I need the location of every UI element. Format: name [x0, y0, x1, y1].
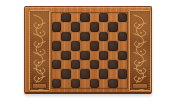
board-square[interactable]: [118, 51, 127, 60]
board-square[interactable]: [71, 79, 80, 88]
board-square[interactable]: [118, 79, 127, 88]
board-square[interactable]: [61, 13, 70, 22]
board-square[interactable]: [71, 32, 80, 41]
board-square[interactable]: [71, 22, 80, 31]
board-square[interactable]: [71, 41, 80, 50]
board-square[interactable]: [71, 60, 80, 69]
photo-background: [0, 0, 175, 105]
board-square[interactable]: [61, 41, 70, 50]
board-square[interactable]: [52, 79, 61, 88]
board-square[interactable]: [80, 79, 89, 88]
board-square[interactable]: [90, 41, 99, 50]
board-square[interactable]: [52, 13, 61, 22]
board-square[interactable]: [80, 69, 89, 78]
board-square[interactable]: [71, 51, 80, 60]
board-square[interactable]: [61, 51, 70, 60]
board-square[interactable]: [118, 69, 127, 78]
board-square[interactable]: [61, 32, 70, 41]
board-square[interactable]: [80, 13, 89, 22]
board-square[interactable]: [80, 22, 89, 31]
board-square[interactable]: [99, 32, 108, 41]
board-square[interactable]: [90, 79, 99, 88]
board-square[interactable]: [108, 79, 117, 88]
carved-side-panel-left: [29, 10, 50, 91]
board-square[interactable]: [99, 41, 108, 50]
board-square[interactable]: [61, 79, 70, 88]
board-square[interactable]: [80, 51, 89, 60]
board-square[interactable]: [90, 51, 99, 60]
board-square[interactable]: [71, 69, 80, 78]
scroll-carving-icon: [30, 11, 49, 90]
board-square[interactable]: [90, 32, 99, 41]
board-square[interactable]: [108, 51, 117, 60]
board-square[interactable]: [52, 41, 61, 50]
board-square[interactable]: [61, 60, 70, 69]
board-square[interactable]: [90, 22, 99, 31]
board-square[interactable]: [118, 41, 127, 50]
board-square[interactable]: [108, 69, 117, 78]
board-square[interactable]: [108, 22, 117, 31]
board-square[interactable]: [71, 13, 80, 22]
game-board: [24, 6, 152, 94]
board-square[interactable]: [61, 22, 70, 31]
board-square[interactable]: [108, 41, 117, 50]
board-square[interactable]: [52, 51, 61, 60]
board-square[interactable]: [99, 22, 108, 31]
board-square[interactable]: [80, 60, 89, 69]
board-square[interactable]: [118, 32, 127, 41]
board-square[interactable]: [108, 13, 117, 22]
board-square[interactable]: [99, 60, 108, 69]
board-square[interactable]: [99, 69, 108, 78]
board-square[interactable]: [52, 22, 61, 31]
board-square[interactable]: [99, 13, 108, 22]
checkerboard-grid: [51, 12, 128, 89]
board-square[interactable]: [80, 32, 89, 41]
carved-side-panel-right: [129, 10, 151, 91]
board-square[interactable]: [80, 41, 89, 50]
board-square[interactable]: [99, 51, 108, 60]
board-square[interactable]: [90, 69, 99, 78]
board-square[interactable]: [52, 60, 61, 69]
board-square[interactable]: [108, 60, 117, 69]
board-square[interactable]: [108, 32, 117, 41]
panel-cartouche: [32, 83, 47, 89]
board-square[interactable]: [61, 69, 70, 78]
board-square[interactable]: [90, 13, 99, 22]
board-square[interactable]: [118, 60, 127, 69]
board-square[interactable]: [118, 22, 127, 31]
board-square[interactable]: [52, 69, 61, 78]
panel-cartouche: [132, 83, 148, 89]
board-square[interactable]: [99, 79, 108, 88]
board-square[interactable]: [118, 13, 127, 22]
board-square[interactable]: [52, 32, 61, 41]
board-square[interactable]: [90, 60, 99, 69]
scroll-carving-icon: [130, 11, 150, 90]
